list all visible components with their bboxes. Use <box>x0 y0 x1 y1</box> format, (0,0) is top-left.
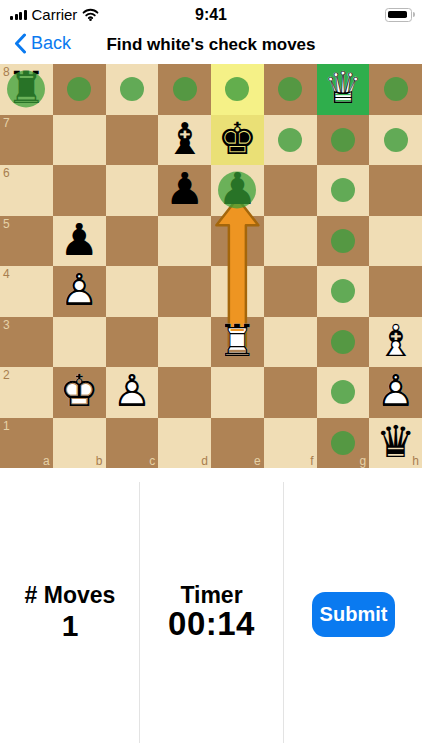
move-dot-g5[interactable] <box>331 229 355 253</box>
square-d6[interactable]: ♟ <box>158 165 211 216</box>
square-f4[interactable] <box>264 266 317 317</box>
square-g6[interactable] <box>317 165 370 216</box>
square-f6[interactable] <box>264 165 317 216</box>
square-c4[interactable] <box>106 266 159 317</box>
square-b4[interactable]: ♟♙ <box>53 266 106 317</box>
square-d1[interactable]: d <box>158 418 211 469</box>
square-h6[interactable] <box>369 165 422 216</box>
square-h1[interactable]: h♛ <box>369 418 422 469</box>
square-d7[interactable]: ♝ <box>158 115 211 166</box>
square-b6[interactable] <box>53 165 106 216</box>
square-f1[interactable]: f <box>264 418 317 469</box>
rank-label-4: 4 <box>3 267 10 281</box>
square-c3[interactable] <box>106 317 159 368</box>
square-d5[interactable] <box>158 216 211 267</box>
square-e5[interactable] <box>211 216 264 267</box>
square-f5[interactable] <box>264 216 317 267</box>
square-h8[interactable] <box>369 64 422 115</box>
square-e2[interactable] <box>211 367 264 418</box>
square-c1[interactable]: c <box>106 418 159 469</box>
rank-label-7: 7 <box>3 116 10 130</box>
square-c5[interactable] <box>106 216 159 267</box>
square-h5[interactable] <box>369 216 422 267</box>
moves-count-label: # Moves <box>0 582 140 609</box>
move-dot-g2[interactable] <box>331 380 355 404</box>
square-a2[interactable]: 2 <box>0 367 53 418</box>
move-dot-d8[interactable] <box>173 77 197 101</box>
square-a6[interactable]: 6 <box>0 165 53 216</box>
move-dot-g1[interactable] <box>331 431 355 455</box>
move-dot-f7[interactable] <box>278 128 302 152</box>
capture-highlight-a8[interactable] <box>7 71 45 108</box>
battery-icon <box>385 8 412 22</box>
square-b8[interactable] <box>53 64 106 115</box>
file-label-d: d <box>201 454 208 468</box>
move-dot-g6[interactable] <box>331 178 355 202</box>
file-label-b: b <box>96 454 103 468</box>
square-b2[interactable]: ♚♔ <box>53 367 106 418</box>
clock-time: 9:41 <box>0 6 422 24</box>
square-c8[interactable] <box>106 64 159 115</box>
file-label-f: f <box>310 454 313 468</box>
square-b3[interactable] <box>53 317 106 368</box>
app-screen: Carrier 9:41 Back Find white's check mov… <box>0 0 422 750</box>
square-a3[interactable]: 3 <box>0 317 53 368</box>
square-g7[interactable] <box>317 115 370 166</box>
square-d2[interactable] <box>158 367 211 418</box>
chess-board: 8♜♛♕7♝♚6♟♟5♟4♟♙3♜♖♝♗2♚♔♟♙♟♙1abcdefgh♛ <box>0 64 422 468</box>
square-d8[interactable] <box>158 64 211 115</box>
piece-black-bishop-d7[interactable]: ♝ <box>158 115 211 166</box>
move-dot-f8[interactable] <box>278 77 302 101</box>
square-c7[interactable] <box>106 115 159 166</box>
square-d3[interactable] <box>158 317 211 368</box>
file-label-a: a <box>43 454 50 468</box>
square-g3[interactable] <box>317 317 370 368</box>
square-f2[interactable] <box>264 367 317 418</box>
square-a7[interactable]: 7 <box>0 115 53 166</box>
move-dot-h8[interactable] <box>384 77 408 101</box>
file-label-e: e <box>254 454 261 468</box>
square-c6[interactable] <box>106 165 159 216</box>
submit-button[interactable]: Submit <box>312 592 395 637</box>
piece-white-pawn-h2[interactable]: ♟♙ <box>369 367 422 418</box>
square-b5[interactable]: ♟ <box>53 216 106 267</box>
move-dot-g3[interactable] <box>331 330 355 354</box>
bottom-panel: # Moves 1 Timer 00:14 Submit <box>0 469 422 750</box>
piece-white-queen-g8[interactable]: ♛♕ <box>317 64 370 115</box>
status-bar: Carrier 9:41 <box>0 0 422 30</box>
square-d4[interactable] <box>158 266 211 317</box>
square-a1[interactable]: 1a <box>0 418 53 469</box>
square-g5[interactable] <box>317 216 370 267</box>
move-dot-h7[interactable] <box>384 128 408 152</box>
panel-divider <box>283 482 284 743</box>
move-dot-b8[interactable] <box>67 77 91 101</box>
square-g2[interactable] <box>317 367 370 418</box>
square-h4[interactable] <box>369 266 422 317</box>
page-title: Find white's check moves <box>0 35 422 55</box>
piece-white-pawn-b4[interactable]: ♟♙ <box>53 266 106 317</box>
rank-label-6: 6 <box>3 166 10 180</box>
square-e1[interactable]: e <box>211 418 264 469</box>
square-c2[interactable]: ♟♙ <box>106 367 159 418</box>
square-f3[interactable] <box>264 317 317 368</box>
square-b7[interactable] <box>53 115 106 166</box>
square-f7[interactable] <box>264 115 317 166</box>
square-f8[interactable] <box>264 64 317 115</box>
square-e7[interactable]: ♚ <box>211 115 264 166</box>
piece-white-rook-e3[interactable]: ♜♖ <box>211 317 264 368</box>
square-e4[interactable] <box>211 266 264 317</box>
piece-white-king-b2[interactable]: ♚♔ <box>53 367 106 418</box>
piece-black-queen-h1[interactable]: ♛ <box>369 418 422 469</box>
square-e6[interactable]: ♟ <box>211 165 264 216</box>
file-label-g: g <box>360 454 367 468</box>
square-a8[interactable]: 8♜ <box>0 64 53 115</box>
square-g1[interactable]: g <box>317 418 370 469</box>
rank-label-3: 3 <box>3 318 10 332</box>
capture-highlight-e6[interactable] <box>218 172 256 209</box>
square-g4[interactable] <box>317 266 370 317</box>
square-h3[interactable]: ♝♗ <box>369 317 422 368</box>
piece-black-king-e7[interactable]: ♚ <box>211 115 264 166</box>
rank-label-5: 5 <box>3 217 10 231</box>
piece-black-pawn-d6[interactable]: ♟ <box>158 165 211 216</box>
piece-white-bishop-h3[interactable]: ♝♗ <box>369 317 422 368</box>
move-dot-g7[interactable] <box>331 128 355 152</box>
square-g8[interactable]: ♛♕ <box>317 64 370 115</box>
rank-label-1: 1 <box>3 419 10 433</box>
square-h2[interactable]: ♟♙ <box>369 367 422 418</box>
square-e3[interactable]: ♜♖ <box>211 317 264 368</box>
piece-white-pawn-c2[interactable]: ♟♙ <box>106 367 159 418</box>
square-a5[interactable]: 5 <box>0 216 53 267</box>
move-dot-g4[interactable] <box>331 279 355 303</box>
move-dot-c8[interactable] <box>120 77 144 101</box>
square-a4[interactable]: 4 <box>0 266 53 317</box>
square-h7[interactable] <box>369 115 422 166</box>
moves-count-value: 1 <box>0 609 140 643</box>
file-label-c: c <box>149 454 155 468</box>
piece-black-pawn-b5[interactable]: ♟ <box>53 216 106 267</box>
move-dot-e8[interactable] <box>225 77 249 101</box>
timer-value: 00:14 <box>140 605 283 643</box>
navigation-bar: Back Find white's check moves <box>0 30 422 62</box>
rank-label-2: 2 <box>3 368 10 382</box>
square-e8[interactable] <box>211 64 264 115</box>
square-b1[interactable]: b <box>53 418 106 469</box>
